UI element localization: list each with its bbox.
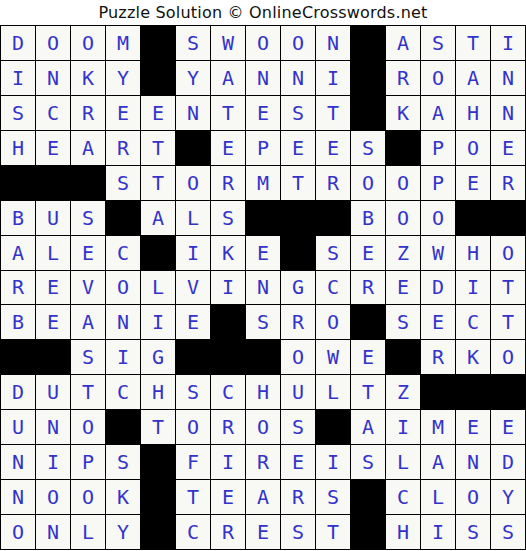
letter-cell: C — [456, 305, 490, 339]
letter-cell: T — [351, 375, 385, 409]
letter-cell: R — [106, 131, 140, 165]
letter-cell: A — [421, 96, 455, 130]
letter-cell: T — [456, 26, 490, 60]
letter-cell: L — [71, 515, 105, 549]
letter-cell: R — [211, 166, 245, 200]
black-cell — [176, 340, 210, 374]
letter-cell: P — [421, 166, 455, 200]
letter-cell: I — [211, 445, 245, 479]
letter-cell: N — [491, 96, 525, 130]
black-cell — [1, 340, 35, 374]
letter-cell: S — [316, 236, 350, 270]
black-cell — [456, 201, 490, 235]
letter-cell: E — [456, 166, 490, 200]
letter-cell: T — [491, 305, 525, 339]
letter-cell: E — [106, 96, 140, 130]
letter-cell: B — [351, 201, 385, 235]
letter-cell: N — [491, 61, 525, 95]
letter-cell: T — [491, 271, 525, 305]
letter-cell: S — [176, 26, 210, 60]
letter-cell: O — [351, 166, 385, 200]
letter-cell: O — [386, 166, 420, 200]
letter-cell: S — [211, 201, 245, 235]
black-cell — [316, 201, 350, 235]
letter-cell: S — [456, 515, 490, 549]
letter-cell: A — [141, 201, 175, 235]
letter-cell: I — [386, 410, 420, 444]
letter-cell: K — [211, 236, 245, 270]
letter-cell: O — [316, 305, 350, 339]
letter-cell: E — [421, 305, 455, 339]
letter-cell: A — [246, 480, 280, 514]
black-cell — [211, 305, 245, 339]
letter-cell: E — [36, 271, 70, 305]
letter-cell: T — [71, 375, 105, 409]
letter-cell: C — [106, 236, 140, 270]
letter-cell: R — [281, 305, 315, 339]
letter-cell: O — [1, 515, 35, 549]
letter-cell: R — [386, 61, 420, 95]
letter-cell: H — [246, 375, 280, 409]
letter-cell: E — [176, 305, 210, 339]
letter-cell: N — [281, 61, 315, 95]
letter-cell: I — [456, 271, 490, 305]
black-cell — [141, 515, 175, 549]
black-cell — [491, 201, 525, 235]
black-cell — [141, 445, 175, 479]
black-cell — [351, 61, 385, 95]
letter-cell: K — [71, 61, 105, 95]
black-cell — [71, 166, 105, 200]
letter-cell: I — [316, 445, 350, 479]
letter-cell: O — [36, 480, 70, 514]
letter-cell: R — [71, 96, 105, 130]
letter-cell: O — [491, 340, 525, 374]
letter-cell: K — [106, 480, 140, 514]
letter-cell: O — [421, 201, 455, 235]
black-cell — [281, 201, 315, 235]
letter-cell: N — [246, 271, 280, 305]
letter-cell: N — [456, 445, 490, 479]
letter-cell: E — [211, 131, 245, 165]
black-cell — [36, 340, 70, 374]
letter-cell: S — [281, 410, 315, 444]
letter-cell: S — [1, 96, 35, 130]
letter-cell: Y — [491, 480, 525, 514]
letter-cell: E — [246, 96, 280, 130]
letter-cell: L — [421, 480, 455, 514]
letter-cell: S — [71, 201, 105, 235]
letter-cell: O — [71, 480, 105, 514]
black-cell — [246, 201, 280, 235]
black-cell — [141, 480, 175, 514]
letter-cell: T — [281, 166, 315, 200]
black-cell — [491, 375, 525, 409]
letter-cell: E — [351, 340, 385, 374]
letter-cell: D — [1, 26, 35, 60]
black-cell — [386, 340, 420, 374]
letter-cell: E — [386, 271, 420, 305]
letter-cell: N — [316, 26, 350, 60]
letter-cell: I — [421, 515, 455, 549]
title-bar: Puzzle Solution © OnlineCrosswords.net — [0, 0, 526, 25]
letter-cell: S — [421, 26, 455, 60]
black-cell — [316, 410, 350, 444]
letter-cell: Z — [386, 236, 420, 270]
letter-cell: M — [106, 26, 140, 60]
letter-cell: S — [106, 445, 140, 479]
letter-cell: O — [456, 480, 490, 514]
letter-cell: C — [176, 515, 210, 549]
letter-cell: Z — [386, 375, 420, 409]
letter-cell: K — [456, 340, 490, 374]
letter-cell: T — [141, 410, 175, 444]
letter-cell: O — [421, 61, 455, 95]
letter-cell: I — [106, 340, 140, 374]
black-cell — [351, 26, 385, 60]
letter-cell: I — [211, 271, 245, 305]
letter-cell: O — [176, 410, 210, 444]
letter-cell: N — [176, 96, 210, 130]
letter-cell: U — [36, 201, 70, 235]
letter-cell: O — [71, 410, 105, 444]
letter-cell: L — [176, 201, 210, 235]
letter-cell: H — [386, 515, 420, 549]
black-cell — [281, 236, 315, 270]
letter-cell: E — [491, 131, 525, 165]
letter-cell: H — [1, 131, 35, 165]
letter-cell: E — [71, 236, 105, 270]
letter-cell: E — [211, 480, 245, 514]
black-cell — [351, 305, 385, 339]
black-cell — [106, 201, 140, 235]
letter-cell: E — [281, 445, 315, 479]
letter-cell: R — [491, 166, 525, 200]
letter-cell: B — [1, 201, 35, 235]
letter-cell: N — [36, 515, 70, 549]
letter-cell: S — [316, 480, 350, 514]
letter-cell: G — [141, 340, 175, 374]
letter-cell: O — [246, 410, 280, 444]
letter-cell: R — [421, 340, 455, 374]
letter-cell: A — [71, 305, 105, 339]
letter-cell: I — [36, 445, 70, 479]
letter-cell: A — [421, 445, 455, 479]
letter-cell: Y — [176, 61, 210, 95]
black-cell — [141, 26, 175, 60]
letter-cell: G — [281, 271, 315, 305]
letter-cell: T — [316, 96, 350, 130]
letter-cell: T — [141, 131, 175, 165]
letter-cell: R — [211, 515, 245, 549]
letter-cell: H — [456, 236, 490, 270]
letter-cell: R — [351, 271, 385, 305]
letter-cell: S — [351, 131, 385, 165]
letter-cell: U — [36, 375, 70, 409]
letter-cell: D — [421, 271, 455, 305]
black-cell — [176, 131, 210, 165]
letter-cell: H — [141, 375, 175, 409]
letter-cell: O — [386, 201, 420, 235]
letter-cell: C — [316, 271, 350, 305]
letter-cell: S — [176, 375, 210, 409]
letter-cell: E — [246, 515, 280, 549]
letter-cell: V — [71, 271, 105, 305]
black-cell — [141, 61, 175, 95]
letter-cell: O — [71, 26, 105, 60]
letter-cell: O — [246, 26, 280, 60]
letter-cell: E — [36, 305, 70, 339]
letter-cell: L — [316, 375, 350, 409]
letter-cell: E — [281, 131, 315, 165]
letter-cell: R — [316, 166, 350, 200]
crossword-grid: DOOMSWOONASTIINKYYANNIROANSCREENTESTKAHN… — [0, 25, 526, 550]
letter-cell: U — [281, 375, 315, 409]
black-cell — [351, 96, 385, 130]
letter-cell: O — [491, 236, 525, 270]
letter-cell: S — [246, 305, 280, 339]
letter-cell: S — [281, 96, 315, 130]
letter-cell: S — [106, 166, 140, 200]
letter-cell: T — [316, 515, 350, 549]
letter-cell: R — [211, 410, 245, 444]
letter-cell: V — [176, 271, 210, 305]
letter-cell: N — [106, 305, 140, 339]
letter-cell: M — [246, 166, 280, 200]
letter-cell: S — [491, 515, 525, 549]
letter-cell: L — [386, 445, 420, 479]
page-title: Puzzle Solution © OnlineCrosswords.net — [98, 3, 427, 22]
letter-cell: W — [421, 236, 455, 270]
letter-cell: A — [1, 236, 35, 270]
letter-cell: P — [421, 131, 455, 165]
black-cell — [456, 375, 490, 409]
letter-cell: Y — [106, 61, 140, 95]
letter-cell: R — [246, 445, 280, 479]
letter-cell: T — [176, 480, 210, 514]
black-cell — [106, 410, 140, 444]
black-cell — [36, 166, 70, 200]
letter-cell: Y — [106, 515, 140, 549]
letter-cell: S — [281, 515, 315, 549]
letter-cell: W — [211, 26, 245, 60]
letter-cell: B — [1, 305, 35, 339]
black-cell — [246, 340, 280, 374]
letter-cell: C — [106, 375, 140, 409]
letter-cell: O — [281, 340, 315, 374]
black-cell — [1, 166, 35, 200]
letter-cell: E — [456, 410, 490, 444]
letter-cell: N — [36, 410, 70, 444]
letter-cell: S — [71, 340, 105, 374]
letter-cell: L — [141, 271, 175, 305]
letter-cell: E — [36, 131, 70, 165]
letter-cell: P — [246, 131, 280, 165]
letter-cell: N — [1, 480, 35, 514]
letter-cell: E — [491, 410, 525, 444]
letter-cell: W — [316, 340, 350, 374]
letter-cell: N — [1, 445, 35, 479]
letter-cell: O — [456, 131, 490, 165]
letter-cell: R — [1, 271, 35, 305]
letter-cell: I — [176, 236, 210, 270]
letter-cell: P — [71, 445, 105, 479]
letter-cell: I — [1, 61, 35, 95]
letter-cell: H — [456, 96, 490, 130]
letter-cell: D — [491, 445, 525, 479]
black-cell — [211, 340, 245, 374]
letter-cell: A — [456, 61, 490, 95]
letter-cell: R — [281, 480, 315, 514]
letter-cell: N — [246, 61, 280, 95]
black-cell — [351, 515, 385, 549]
letter-cell: E — [351, 236, 385, 270]
letter-cell: I — [316, 61, 350, 95]
letter-cell: E — [246, 236, 280, 270]
letter-cell: A — [71, 131, 105, 165]
letter-cell: F — [176, 445, 210, 479]
letter-cell: T — [141, 166, 175, 200]
letter-cell: K — [386, 96, 420, 130]
letter-cell: A — [211, 61, 245, 95]
letter-cell: E — [316, 131, 350, 165]
letter-cell: D — [1, 375, 35, 409]
letter-cell: I — [141, 305, 175, 339]
letter-cell: O — [106, 271, 140, 305]
black-cell — [351, 480, 385, 514]
letter-cell: A — [386, 26, 420, 60]
letter-cell: S — [351, 445, 385, 479]
letter-cell: C — [211, 375, 245, 409]
black-cell — [421, 375, 455, 409]
letter-cell: A — [351, 410, 385, 444]
letter-cell: I — [491, 26, 525, 60]
letter-cell: T — [211, 96, 245, 130]
letter-cell: C — [386, 480, 420, 514]
black-cell — [386, 131, 420, 165]
letter-cell: E — [141, 96, 175, 130]
letter-cell: U — [1, 410, 35, 444]
black-cell — [141, 236, 175, 270]
letter-cell: S — [386, 305, 420, 339]
letter-cell: O — [281, 26, 315, 60]
letter-cell: C — [36, 96, 70, 130]
letter-cell: N — [36, 61, 70, 95]
letter-cell: M — [421, 410, 455, 444]
letter-cell: L — [36, 236, 70, 270]
letter-cell: O — [36, 26, 70, 60]
letter-cell: O — [176, 166, 210, 200]
